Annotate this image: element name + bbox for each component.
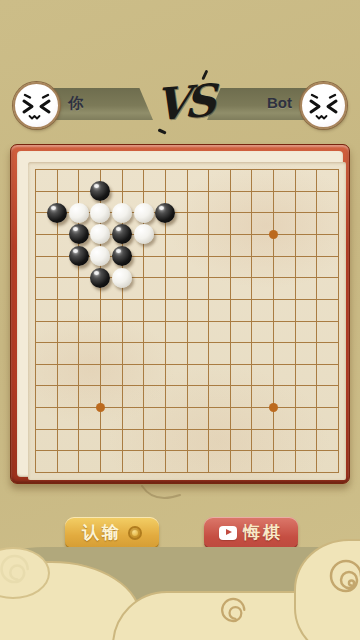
stone-black (112, 224, 132, 244)
stone-black (112, 246, 132, 266)
grid-line (35, 450, 339, 451)
right-player-name: Bot (267, 94, 292, 111)
grid-line (316, 169, 317, 473)
grid-line (273, 169, 274, 473)
stone-white (112, 203, 132, 223)
cloud-swirl-icon (0, 549, 32, 589)
stone-black (90, 268, 110, 288)
stone-black (155, 203, 175, 223)
grid-line (208, 169, 209, 473)
surrender-button-label: 认输 (82, 521, 122, 544)
grid-line (35, 429, 339, 430)
stone-white (69, 203, 89, 223)
grid-line (35, 342, 339, 343)
stone-black (47, 203, 67, 223)
grid-line (295, 169, 296, 473)
grid-line (338, 169, 339, 473)
star-point (96, 403, 105, 412)
grid-line (35, 472, 339, 473)
undo-move-button[interactable]: 悔棋 (204, 517, 298, 551)
stone-white (134, 224, 154, 244)
cloud-blob (0, 547, 50, 599)
cloud-blob (294, 539, 360, 640)
board-bevel (17, 151, 343, 477)
cloud-blob (0, 561, 142, 640)
coin-icon (128, 526, 142, 540)
stone-white (90, 203, 110, 223)
stone-white (134, 203, 154, 223)
gomoku-board[interactable] (28, 162, 346, 480)
stone-black (69, 224, 89, 244)
gomoku-game-screen: 你 Bot VS (0, 0, 360, 640)
surrender-button[interactable]: 认输 (65, 517, 159, 551)
grid-line (230, 169, 231, 473)
cloud-swirl-icon (214, 593, 248, 627)
left-player-name: 你 (68, 94, 83, 113)
star-point (269, 230, 278, 239)
video-play-icon (219, 526, 237, 540)
cloud-shadow-band (0, 547, 360, 640)
star-point (269, 403, 278, 412)
cloud-swirl-icon (320, 553, 360, 599)
grid-line (35, 385, 339, 386)
vs-logo: VS (150, 67, 217, 137)
cloud-decoration (0, 545, 360, 640)
grid-line (35, 321, 339, 322)
board-frame (10, 144, 350, 484)
cloud-blob (112, 591, 360, 640)
grid-line (35, 407, 339, 408)
stone-black (69, 246, 89, 266)
grid-line (251, 169, 252, 473)
stone-white (90, 224, 110, 244)
stone-white (112, 268, 132, 288)
background-flourish (138, 485, 182, 503)
grid-line (35, 364, 339, 365)
undo-button-label: 悔棋 (243, 521, 283, 544)
stone-black (90, 181, 110, 201)
right-player-avatar (300, 82, 347, 129)
stone-white (90, 246, 110, 266)
left-player-avatar (13, 82, 60, 129)
